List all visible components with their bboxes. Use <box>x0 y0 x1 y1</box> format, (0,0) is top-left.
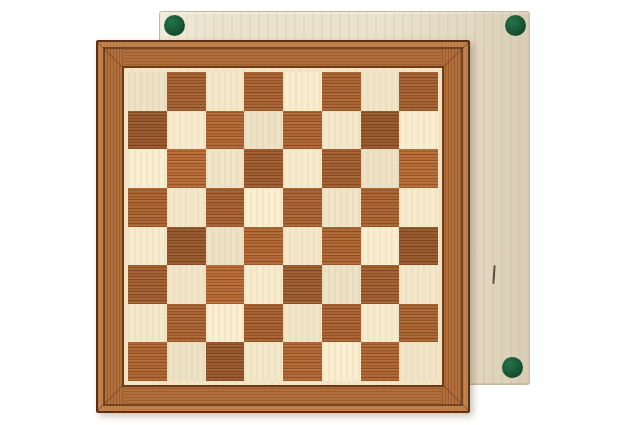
square-a1 <box>128 342 167 381</box>
square-g5 <box>361 188 400 227</box>
square-f3 <box>322 265 361 304</box>
square-a4 <box>128 227 167 266</box>
square-h7 <box>399 111 438 150</box>
square-b1 <box>167 342 206 381</box>
square-a6 <box>128 149 167 188</box>
square-b8 <box>167 72 206 111</box>
square-f7 <box>322 111 361 150</box>
square-h8 <box>399 72 438 111</box>
square-e2 <box>283 304 322 343</box>
square-b6 <box>167 149 206 188</box>
square-g8 <box>361 72 400 111</box>
square-d2 <box>244 304 283 343</box>
square-f8 <box>322 72 361 111</box>
square-e8 <box>283 72 322 111</box>
square-c7 <box>206 111 245 150</box>
square-c4 <box>206 227 245 266</box>
square-f2 <box>322 304 361 343</box>
square-g4 <box>361 227 400 266</box>
square-h6 <box>399 149 438 188</box>
square-c8 <box>206 72 245 111</box>
square-f4 <box>322 227 361 266</box>
square-h4 <box>399 227 438 266</box>
square-h2 <box>399 304 438 343</box>
square-d7 <box>244 111 283 150</box>
square-g1 <box>361 342 400 381</box>
square-d8 <box>244 72 283 111</box>
frame-left-piece <box>98 42 124 411</box>
square-a3 <box>128 265 167 304</box>
square-e1 <box>283 342 322 381</box>
square-f6 <box>322 149 361 188</box>
square-d6 <box>244 149 283 188</box>
square-b4 <box>167 227 206 266</box>
square-a2 <box>128 304 167 343</box>
square-g2 <box>361 304 400 343</box>
square-b5 <box>167 188 206 227</box>
square-b3 <box>167 265 206 304</box>
square-a8 <box>128 72 167 111</box>
square-e5 <box>283 188 322 227</box>
square-e6 <box>283 149 322 188</box>
square-b7 <box>167 111 206 150</box>
square-h5 <box>399 188 438 227</box>
square-d5 <box>244 188 283 227</box>
felt-pad-bottom-right <box>502 357 523 378</box>
square-b2 <box>167 304 206 343</box>
square-g6 <box>361 149 400 188</box>
square-a5 <box>128 188 167 227</box>
square-a7 <box>128 111 167 150</box>
playing-surface <box>124 68 442 385</box>
square-g3 <box>361 265 400 304</box>
square-d1 <box>244 342 283 381</box>
board-grid <box>128 72 438 381</box>
square-f5 <box>322 188 361 227</box>
square-c3 <box>206 265 245 304</box>
square-g7 <box>361 111 400 150</box>
photo-canvas <box>0 0 640 425</box>
square-e3 <box>283 265 322 304</box>
felt-pad-top-left <box>164 15 185 36</box>
square-f1 <box>322 342 361 381</box>
chessboard <box>96 40 470 413</box>
square-h3 <box>399 265 438 304</box>
square-e4 <box>283 227 322 266</box>
square-c6 <box>206 149 245 188</box>
square-c2 <box>206 304 245 343</box>
square-c1 <box>206 342 245 381</box>
square-e7 <box>283 111 322 150</box>
square-d3 <box>244 265 283 304</box>
frame-right-piece <box>442 42 468 411</box>
square-c5 <box>206 188 245 227</box>
square-h1 <box>399 342 438 381</box>
felt-pad-top-right <box>505 15 526 36</box>
square-d4 <box>244 227 283 266</box>
wood-blemish-mark <box>492 265 495 284</box>
